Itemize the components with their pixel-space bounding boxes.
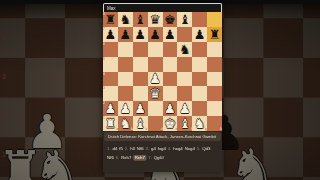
move-token[interactable]: fxg4	[158, 146, 166, 150]
piece-black-rook[interactable]: ♜	[105, 13, 117, 26]
chess-board: ♜8♞♝♛♚♝♟7♟♟♟♟♟♜6♞54♟3♛♟2♟♟♟♟♜1a♞b♝cd♚e♝f…	[103, 12, 222, 131]
board-coordinate: 1	[103, 116, 105, 119]
square-f5[interactable]	[177, 57, 192, 72]
square-e1[interactable]: ♚e	[163, 116, 178, 131]
square-h6[interactable]	[207, 42, 222, 57]
square-d5[interactable]	[148, 57, 163, 72]
square-e7[interactable]: ♟	[163, 27, 178, 42]
move-list: 1.d4f52.h3Nf63.g4fxg44.hxg4Nxg45.Qd3Nf66…	[104, 143, 221, 163]
square-f1[interactable]: ♝f	[177, 116, 192, 131]
move-token[interactable]: Qg6#	[154, 155, 165, 159]
square-g2[interactable]	[192, 101, 207, 116]
piece-black-pawn[interactable]: ♟	[164, 28, 176, 41]
move-token[interactable]: Nf6	[137, 146, 144, 150]
move-token[interactable]: Rxh7	[121, 155, 131, 159]
move-number: 6.	[116, 155, 120, 159]
piece-white-queen[interactable]: ♛	[149, 87, 161, 100]
square-h1[interactable]: h	[207, 116, 222, 131]
piece-black-pawn[interactable]: ♟	[194, 28, 206, 41]
square-a2[interactable]: ♟2	[103, 101, 118, 116]
square-g1[interactable]: ♞g	[192, 116, 207, 131]
piece-black-king[interactable]: ♚	[164, 13, 176, 26]
move-number: 5.	[197, 146, 201, 150]
board-coordinate: 4	[103, 72, 105, 75]
square-f6[interactable]: ♞	[177, 42, 192, 57]
piece-white-pawn[interactable]: ♟	[164, 102, 176, 115]
square-c4[interactable]	[133, 72, 148, 87]
square-a3[interactable]: 3	[103, 86, 118, 101]
square-g6[interactable]	[192, 42, 207, 57]
square-e2[interactable]: ♟	[163, 101, 178, 116]
square-h7[interactable]: ♜	[207, 27, 222, 42]
piece-black-queen[interactable]: ♛	[149, 13, 161, 26]
piece-white-pawn[interactable]: ♟	[119, 102, 131, 115]
opening-name: Dutch Defense: Korchnoi Attack, Janzen-K…	[109, 134, 217, 138]
move-line: Nf66.Rxh7Rxh77.Qg6#	[107, 154, 188, 161]
board-coordinate: 3	[103, 86, 105, 89]
square-c2[interactable]: ♟	[133, 101, 148, 116]
move-number: 7.	[148, 155, 152, 159]
square-e8[interactable]: ♚	[163, 12, 178, 27]
square-b8[interactable]: ♞	[118, 12, 133, 27]
move-token[interactable]: Nxg4	[185, 146, 195, 150]
square-c1[interactable]: ♝c	[133, 116, 148, 131]
move-token[interactable]: hxg4	[173, 146, 183, 150]
square-f2[interactable]: ♟	[177, 101, 192, 116]
square-g7[interactable]: ♟	[192, 27, 207, 42]
title-bar: Max	[103, 3, 222, 12]
square-c7[interactable]: ♟	[133, 27, 148, 42]
piece-white-pawn[interactable]: ♟	[179, 102, 191, 115]
move-token[interactable]: Rxh7	[133, 155, 146, 161]
square-e6[interactable]	[163, 42, 178, 57]
square-a8[interactable]: ♜8	[103, 12, 118, 27]
piece-white-rook[interactable]: ♜	[105, 117, 117, 130]
move-token[interactable]: f5	[119, 146, 123, 150]
move-token[interactable]: g4	[151, 146, 156, 150]
background-rank-label: 4	[2, 34, 6, 41]
square-c8[interactable]: ♝	[133, 12, 148, 27]
square-a1[interactable]: ♜1a	[103, 116, 118, 131]
square-d1[interactable]: d	[148, 116, 163, 131]
analysis-panel: Dutch Defense: Korchnoi Attack, Janzen-K…	[103, 131, 222, 172]
piece-black-bishop[interactable]: ♝	[179, 13, 191, 26]
move-token[interactable]: Nf6	[107, 155, 114, 159]
square-h5[interactable]	[207, 57, 222, 72]
piece-black-pawn[interactable]: ♟	[105, 28, 117, 41]
piece-white-bishop[interactable]: ♝	[134, 117, 146, 130]
square-e5[interactable]	[163, 57, 178, 72]
board-coordinate: 6	[103, 42, 105, 45]
square-e4[interactable]	[163, 72, 178, 87]
square-c3[interactable]	[133, 86, 148, 101]
square-b4[interactable]	[118, 72, 133, 87]
piece-white-king[interactable]: ♚	[164, 117, 176, 130]
square-h2[interactable]	[207, 101, 222, 116]
square-d2[interactable]	[148, 101, 163, 116]
piece-black-pawn[interactable]: ♟	[134, 28, 146, 41]
board-coordinate: h	[220, 128, 222, 131]
square-d8[interactable]: ♛	[148, 12, 163, 27]
square-a6[interactable]: 6	[103, 42, 118, 57]
board-coordinate: 5	[103, 57, 105, 60]
background-knight-icon: ♞	[33, 144, 81, 180]
board-coordinate: 8	[103, 12, 105, 15]
square-d4[interactable]: ♟	[148, 72, 163, 87]
piece-black-rook[interactable]: ♜	[209, 28, 221, 41]
square-d6[interactable]	[148, 42, 163, 57]
square-g3[interactable]	[192, 86, 207, 101]
move-token[interactable]: d4	[112, 146, 117, 150]
piece-black-pawn[interactable]: ♟	[149, 28, 161, 41]
board-coordinate: 2	[103, 101, 105, 104]
square-b1[interactable]: ♞b	[118, 116, 133, 131]
square-g8[interactable]	[192, 12, 207, 27]
piece-white-pawn[interactable]: ♟	[134, 102, 146, 115]
square-b7[interactable]: ♟	[118, 27, 133, 42]
player-name: Max	[107, 6, 116, 11]
square-c6[interactable]	[133, 42, 148, 57]
square-b6[interactable]	[118, 42, 133, 57]
piece-white-knight[interactable]: ♞	[119, 117, 131, 130]
square-f7[interactable]	[177, 27, 192, 42]
background-rank-label: 3	[2, 73, 6, 80]
piece-black-bishop[interactable]: ♝	[134, 13, 146, 26]
shorts-frame: 4 3 2 1 ♟ ♟ ♜ ♞ ♞ ♟ ♞ Max ♜8♞♝♛♚♝♟7♟♟♟♟♟…	[0, 0, 320, 180]
square-h3[interactable]	[207, 86, 222, 101]
square-c5[interactable]	[133, 57, 148, 72]
move-number: 3.	[146, 146, 150, 150]
piece-white-pawn[interactable]: ♟	[105, 102, 117, 115]
square-a7[interactable]: ♟7	[103, 27, 118, 42]
square-b3[interactable]	[118, 86, 133, 101]
move-number: 2.	[125, 146, 129, 150]
piece-black-knight[interactable]: ♞	[179, 43, 191, 56]
opening-caption-bar: Dutch Defense: Korchnoi Attack, Janzen-K…	[104, 132, 221, 141]
piece-black-knight[interactable]: ♞	[119, 13, 131, 26]
move-line: 1.d4f52.h3Nf63.g4fxg44.hxg4Nxg45.Qd3	[107, 145, 188, 152]
board-coordinate: 7	[103, 27, 105, 30]
square-a4[interactable]: 4	[103, 72, 118, 87]
move-number: 4.	[168, 146, 172, 150]
square-b2[interactable]: ♟	[118, 101, 133, 116]
square-h4[interactable]	[207, 72, 222, 87]
square-f4[interactable]	[177, 72, 192, 87]
square-f3[interactable]	[177, 86, 192, 101]
square-b5[interactable]	[118, 57, 133, 72]
square-d7[interactable]: ♟	[148, 27, 163, 42]
square-a5[interactable]: 5	[103, 57, 118, 72]
square-d3[interactable]: ♛	[148, 86, 163, 101]
square-h8[interactable]	[207, 12, 222, 27]
move-number: 1.	[107, 146, 111, 150]
move-token[interactable]: h3	[130, 146, 135, 150]
piece-white-pawn[interactable]: ♟	[149, 72, 161, 85]
background-knight-icon: ♞	[229, 142, 276, 180]
square-g4[interactable]	[192, 72, 207, 87]
square-f8[interactable]: ♝	[177, 12, 192, 27]
background-rank-label: 2	[2, 112, 6, 119]
square-e3[interactable]	[163, 86, 178, 101]
piece-black-pawn[interactable]: ♟	[119, 28, 131, 41]
move-token[interactable]: Qd3	[202, 146, 210, 150]
game-panel: Max ♜8♞♝♛♚♝♟7♟♟♟♟♟♜6♞54♟3♛♟2♟♟♟♟♜1a♞b♝cd…	[103, 3, 222, 172]
piece-white-bishop[interactable]: ♝	[179, 117, 191, 130]
square-g5[interactable]	[192, 57, 207, 72]
